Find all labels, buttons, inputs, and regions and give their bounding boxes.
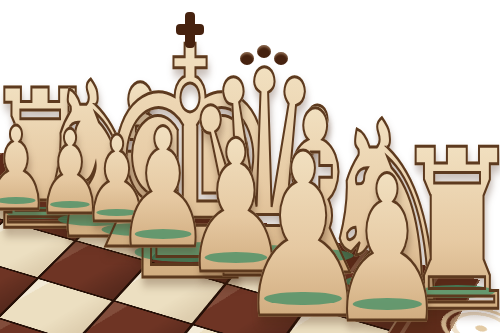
piece-pawn-b2: ♟ xyxy=(327,149,447,333)
queen-knob-ornament xyxy=(240,52,254,65)
king-finial-ornament xyxy=(178,12,202,48)
chess-set-photo: ♜♞♝♚♛♝♞♜♟♟♟♟♟♟♟ xyxy=(0,0,500,333)
queen-knob-ornament xyxy=(274,52,288,65)
king-finial-horizontal xyxy=(176,24,204,35)
queen-knob-ornament xyxy=(257,45,271,58)
pieces-layer: ♜♞♝♚♛♝♞♜♟♟♟♟♟♟♟ xyxy=(0,0,500,333)
